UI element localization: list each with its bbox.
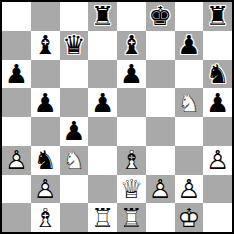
square-a6[interactable]: ♟ bbox=[2, 60, 31, 89]
square-b5[interactable]: ♟ bbox=[31, 88, 60, 117]
square-c1[interactable] bbox=[60, 203, 89, 232]
square-d1[interactable]: ♜♖ bbox=[88, 203, 117, 232]
square-a5[interactable] bbox=[2, 88, 31, 117]
square-b6[interactable] bbox=[31, 60, 60, 89]
square-d6[interactable] bbox=[88, 60, 117, 89]
square-h4[interactable] bbox=[203, 117, 232, 146]
square-e3[interactable]: ♝♗ bbox=[117, 146, 146, 175]
square-d4[interactable] bbox=[88, 117, 117, 146]
square-b1[interactable]: ♝♗ bbox=[31, 203, 60, 232]
square-g5[interactable]: ♞♘ bbox=[175, 88, 204, 117]
square-c5[interactable] bbox=[60, 88, 89, 117]
square-d7[interactable] bbox=[88, 31, 117, 60]
square-h6[interactable]: ♞ bbox=[203, 60, 232, 89]
square-c6[interactable] bbox=[60, 60, 89, 89]
square-b7[interactable]: ♝ bbox=[31, 31, 60, 60]
black-pawn: ♟ bbox=[120, 61, 143, 87]
square-b2[interactable]: ♟♙ bbox=[31, 175, 60, 204]
black-pawn: ♟ bbox=[206, 90, 229, 116]
white-knight: ♞♘ bbox=[177, 90, 200, 116]
square-b3[interactable]: ♞ bbox=[31, 146, 60, 175]
black-rook: ♜ bbox=[206, 3, 229, 29]
square-c4[interactable]: ♟ bbox=[60, 117, 89, 146]
square-f3[interactable] bbox=[146, 146, 175, 175]
white-rook: ♜♖ bbox=[91, 205, 114, 231]
square-g4[interactable] bbox=[175, 117, 204, 146]
black-bishop: ♝ bbox=[33, 32, 56, 58]
square-g7[interactable]: ♟ bbox=[175, 31, 204, 60]
square-f8[interactable]: ♚ bbox=[146, 2, 175, 31]
black-queen: ♛ bbox=[62, 32, 85, 58]
black-pawn: ♟ bbox=[62, 118, 85, 144]
square-b8[interactable] bbox=[31, 2, 60, 31]
black-king: ♚ bbox=[148, 3, 171, 29]
white-pawn: ♟♙ bbox=[206, 147, 229, 173]
square-h7[interactable] bbox=[203, 31, 232, 60]
square-a2[interactable] bbox=[2, 175, 31, 204]
white-pawn: ♟♙ bbox=[5, 147, 28, 173]
square-b4[interactable] bbox=[31, 117, 60, 146]
square-g8[interactable] bbox=[175, 2, 204, 31]
square-e7[interactable]: ♝ bbox=[117, 31, 146, 60]
square-d8[interactable]: ♜ bbox=[88, 2, 117, 31]
square-f1[interactable] bbox=[146, 203, 175, 232]
square-a1[interactable] bbox=[2, 203, 31, 232]
chess-board: ♜♚♜♝♛♝♟♟♟♞♟♟♞♘♟♟♟♙♞♞♘♝♗♟♙♟♙♛♕♟♙♟♙♝♗♜♖♜♖♚… bbox=[0, 0, 234, 234]
square-e1[interactable]: ♜♖ bbox=[117, 203, 146, 232]
square-g2[interactable]: ♟♙ bbox=[175, 175, 204, 204]
square-f2[interactable]: ♟♙ bbox=[146, 175, 175, 204]
black-knight: ♞ bbox=[206, 61, 229, 87]
square-c3[interactable]: ♞♘ bbox=[60, 146, 89, 175]
white-bishop: ♝♗ bbox=[120, 147, 143, 173]
white-pawn: ♟♙ bbox=[177, 176, 200, 202]
square-g3[interactable] bbox=[175, 146, 204, 175]
white-king: ♚♔ bbox=[177, 205, 200, 231]
black-rook: ♜ bbox=[91, 3, 114, 29]
white-rook: ♜♖ bbox=[120, 205, 143, 231]
black-pawn: ♟ bbox=[177, 32, 200, 58]
square-f7[interactable] bbox=[146, 31, 175, 60]
white-pawn: ♟♙ bbox=[33, 176, 56, 202]
square-d3[interactable] bbox=[88, 146, 117, 175]
square-d2[interactable] bbox=[88, 175, 117, 204]
square-h2[interactable] bbox=[203, 175, 232, 204]
square-g6[interactable] bbox=[175, 60, 204, 89]
square-h1[interactable] bbox=[203, 203, 232, 232]
square-e6[interactable]: ♟ bbox=[117, 60, 146, 89]
white-pawn: ♟♙ bbox=[148, 176, 171, 202]
square-h8[interactable]: ♜ bbox=[203, 2, 232, 31]
square-e5[interactable] bbox=[117, 88, 146, 117]
white-knight: ♞♘ bbox=[62, 147, 85, 173]
square-a3[interactable]: ♟♙ bbox=[2, 146, 31, 175]
square-c7[interactable]: ♛ bbox=[60, 31, 89, 60]
square-h5[interactable]: ♟ bbox=[203, 88, 232, 117]
square-d5[interactable]: ♟ bbox=[88, 88, 117, 117]
square-h3[interactable]: ♟♙ bbox=[203, 146, 232, 175]
square-g1[interactable]: ♚♔ bbox=[175, 203, 204, 232]
white-bishop: ♝♗ bbox=[33, 205, 56, 231]
square-e2[interactable]: ♛♕ bbox=[117, 175, 146, 204]
black-pawn: ♟ bbox=[33, 90, 56, 116]
square-c2[interactable] bbox=[60, 175, 89, 204]
square-e8[interactable] bbox=[117, 2, 146, 31]
white-queen: ♛♕ bbox=[120, 176, 143, 202]
square-a8[interactable] bbox=[2, 2, 31, 31]
square-a4[interactable] bbox=[2, 117, 31, 146]
square-a7[interactable] bbox=[2, 31, 31, 60]
black-bishop: ♝ bbox=[120, 32, 143, 58]
square-e4[interactable] bbox=[117, 117, 146, 146]
black-knight: ♞ bbox=[33, 147, 56, 173]
black-pawn: ♟ bbox=[5, 61, 28, 87]
square-f5[interactable] bbox=[146, 88, 175, 117]
square-f6[interactable] bbox=[146, 60, 175, 89]
square-c8[interactable] bbox=[60, 2, 89, 31]
square-f4[interactable] bbox=[146, 117, 175, 146]
black-pawn: ♟ bbox=[91, 90, 114, 116]
